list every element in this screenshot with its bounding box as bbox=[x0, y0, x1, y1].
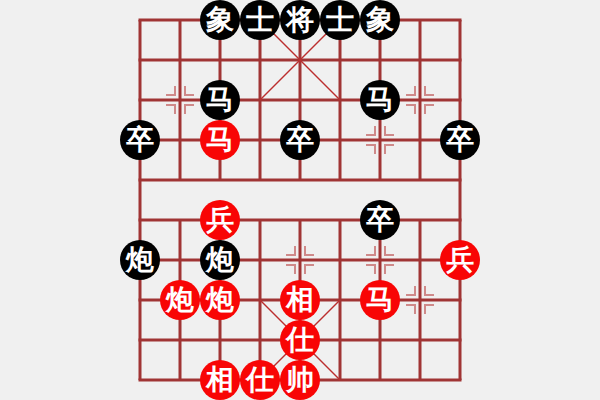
black-cannon[interactable]: 炮 bbox=[120, 240, 160, 280]
black-soldier[interactable]: 卒 bbox=[440, 120, 480, 160]
red-elephant[interactable]: 相 bbox=[200, 360, 240, 400]
red-advisor[interactable]: 仕 bbox=[280, 320, 320, 360]
red-cannon[interactable]: 炮 bbox=[200, 280, 240, 320]
black-horse[interactable]: 马 bbox=[200, 80, 240, 120]
red-soldier[interactable]: 兵 bbox=[440, 240, 480, 280]
red-soldier[interactable]: 兵 bbox=[200, 200, 240, 240]
black-elephant[interactable]: 象 bbox=[200, 0, 240, 40]
red-elephant[interactable]: 相 bbox=[280, 280, 320, 320]
black-general[interactable]: 将 bbox=[280, 0, 320, 40]
red-horse[interactable]: 马 bbox=[360, 280, 400, 320]
black-advisor[interactable]: 士 bbox=[320, 0, 360, 40]
red-general[interactable]: 帅 bbox=[280, 360, 320, 400]
red-advisor[interactable]: 仕 bbox=[240, 360, 280, 400]
black-soldier[interactable]: 卒 bbox=[360, 200, 400, 240]
black-advisor[interactable]: 士 bbox=[240, 0, 280, 40]
black-elephant[interactable]: 象 bbox=[360, 0, 400, 40]
black-soldier[interactable]: 卒 bbox=[120, 120, 160, 160]
red-horse[interactable]: 马 bbox=[200, 120, 240, 160]
black-horse[interactable]: 马 bbox=[360, 80, 400, 120]
pieces-layer: 象士将士象马马卒马卒卒兵卒炮炮兵炮炮相马仕相仕帅 bbox=[120, 0, 480, 400]
black-cannon[interactable]: 炮 bbox=[200, 240, 240, 280]
black-soldier[interactable]: 卒 bbox=[280, 120, 320, 160]
xiangqi-board: 象士将士象马马卒马卒卒兵卒炮炮兵炮炮相马仕相仕帅 bbox=[0, 0, 600, 400]
red-cannon[interactable]: 炮 bbox=[160, 280, 200, 320]
